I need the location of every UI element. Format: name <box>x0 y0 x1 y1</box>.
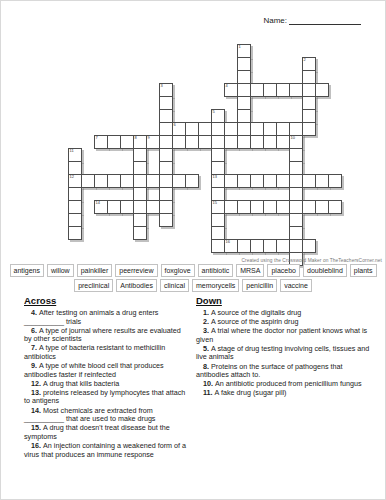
grid-cell[interactable] <box>250 200 264 214</box>
grid-cell[interactable] <box>276 239 290 253</box>
grid-cell[interactable] <box>185 174 199 188</box>
grid-cell[interactable] <box>289 226 303 240</box>
grid-cell[interactable] <box>250 83 264 97</box>
grid-cell[interactable] <box>185 135 199 149</box>
grid-cell[interactable] <box>237 70 251 84</box>
down-clue-list: 1. A source of the digitalis drug2. A so… <box>196 309 376 398</box>
grid-cell[interactable] <box>211 109 225 123</box>
grid-cell[interactable] <box>68 174 82 188</box>
grid-cell[interactable] <box>289 213 303 227</box>
down-clue-5: 5. A stage of drug testing involving cel… <box>196 345 376 362</box>
across-clue-9: 9. A type of white blood cell that produ… <box>24 362 187 379</box>
grid-cell[interactable] <box>237 174 251 188</box>
grid-cell[interactable] <box>94 135 108 149</box>
grid-cell[interactable] <box>224 83 238 97</box>
grid-cell[interactable] <box>263 83 277 97</box>
grid-cell[interactable] <box>237 44 251 58</box>
word-bank-item: MRSA <box>236 264 264 277</box>
grid-cell[interactable] <box>237 96 251 110</box>
grid-cell[interactable] <box>120 174 134 188</box>
name-blank-line <box>289 16 361 25</box>
grid-cell[interactable] <box>289 83 303 97</box>
word-bank-item: foxglove <box>161 264 195 277</box>
grid-cell[interactable] <box>211 187 225 201</box>
crossword-grid: 12345678910111213141516 <box>68 44 358 274</box>
grid-cell[interactable] <box>237 83 251 97</box>
grid-cell[interactable] <box>68 226 82 240</box>
across-clue-13: 13. proteins released by lymphocytes tha… <box>24 389 187 406</box>
grid-cell[interactable] <box>211 148 225 162</box>
grid-cell[interactable] <box>302 70 316 84</box>
grid-cell[interactable] <box>133 226 147 240</box>
grid-cell[interactable] <box>159 96 173 110</box>
grid-cell[interactable] <box>211 161 225 175</box>
grid-cell[interactable] <box>120 200 134 214</box>
grid-cell[interactable] <box>133 187 147 201</box>
grid-cell[interactable] <box>133 200 147 214</box>
grid-cell[interactable] <box>263 174 277 188</box>
across-clue-16: 16. An injection containing a weakened f… <box>24 442 187 459</box>
grid-cell[interactable] <box>276 135 290 149</box>
grid-cell[interactable] <box>289 174 303 188</box>
grid-cell[interactable] <box>315 83 329 97</box>
grid-cell[interactable] <box>211 200 225 214</box>
grid-cell[interactable] <box>237 109 251 123</box>
grid-cell[interactable] <box>68 213 82 227</box>
grid-cell[interactable] <box>211 135 225 149</box>
grid-cell[interactable] <box>263 135 277 149</box>
grid-cell[interactable] <box>289 161 303 175</box>
grid-cell[interactable] <box>224 200 238 214</box>
grid-cell[interactable] <box>211 174 225 188</box>
word-bank-item: doubleblind <box>303 264 347 277</box>
grid-cell[interactable] <box>302 57 316 71</box>
grid-cell[interactable] <box>94 174 108 188</box>
grid-cell[interactable] <box>133 174 147 188</box>
word-bank-item: plants <box>350 264 377 277</box>
grid-cell[interactable] <box>237 239 251 253</box>
grid-cell[interactable] <box>237 57 251 71</box>
across-clue-list: 4. After testing on animals a drug enter… <box>24 309 187 459</box>
grid-cell[interactable] <box>315 174 329 188</box>
grid-cell[interactable] <box>237 122 251 136</box>
down-clue-8: 8. Proteins on the surface of pathogens … <box>196 363 376 380</box>
grid-cell[interactable] <box>302 239 316 253</box>
down-clue-11: 11. A fake drug (sugar pill) <box>196 389 376 398</box>
grid-cell[interactable] <box>276 174 290 188</box>
worksheet-page: Name: 12345678910111213141516 Created us… <box>0 0 386 500</box>
across-clue-6: 6. A type of journal where results are e… <box>24 327 187 344</box>
grid-cell[interactable] <box>159 187 173 201</box>
grid-cell[interactable] <box>133 148 147 162</box>
grid-cell[interactable] <box>289 148 303 162</box>
across-title: Across <box>24 295 187 306</box>
name-label: Name: <box>263 16 287 25</box>
grid-cell[interactable] <box>315 200 329 214</box>
across-clues: Across 4. After testing on animals a dru… <box>24 295 187 460</box>
grid-cell[interactable] <box>159 135 173 149</box>
grid-cell[interactable] <box>146 200 160 214</box>
grid-cell[interactable] <box>250 239 264 253</box>
grid-cell[interactable] <box>211 213 225 227</box>
grid-cell[interactable] <box>68 161 82 175</box>
grid-cell[interactable] <box>289 122 303 136</box>
grid-cell[interactable] <box>211 226 225 240</box>
grid-cell[interactable] <box>237 135 251 149</box>
across-clue-7: 7. A type of bacteria resistant to methi… <box>24 344 187 361</box>
grid-cell[interactable] <box>302 122 316 136</box>
grid-cell[interactable] <box>172 122 186 136</box>
name-line: Name: <box>263 16 361 25</box>
grid-cell[interactable] <box>289 200 303 214</box>
grid-cell[interactable] <box>263 200 277 214</box>
grid-cell[interactable] <box>133 135 147 149</box>
word-bank-item: vaccine <box>280 279 312 292</box>
grid-cell[interactable] <box>250 174 264 188</box>
down-clue-3: 3. A trial where the doctor nor patient … <box>196 327 376 344</box>
attribution-text: Created using the Crossword Maker on The… <box>241 258 382 263</box>
grid-cell[interactable] <box>276 200 290 214</box>
grid-cell[interactable] <box>224 122 238 136</box>
grid-cell[interactable] <box>159 83 173 97</box>
word-bank-item: preclinical <box>74 279 113 292</box>
grid-cell[interactable] <box>159 109 173 123</box>
grid-cell[interactable] <box>263 122 277 136</box>
grid-cell[interactable] <box>133 213 147 227</box>
grid-cell[interactable] <box>302 200 316 214</box>
grid-cell[interactable] <box>159 122 173 136</box>
grid-cell[interactable] <box>250 135 264 149</box>
grid-cell[interactable] <box>68 148 82 162</box>
word-bank-item: antigens <box>10 264 44 277</box>
grid-cell[interactable] <box>159 148 173 162</box>
grid-cell[interactable] <box>120 135 134 149</box>
word-bank-item: penicillin <box>242 279 277 292</box>
grid-cell[interactable] <box>302 174 316 188</box>
grid-cell[interactable] <box>289 187 303 201</box>
grid-cell[interactable] <box>302 83 316 97</box>
grid-cell[interactable] <box>211 122 225 136</box>
word-bank-row-1: antigenswillowpainkillerpeerreviewfoxglo… <box>0 264 386 277</box>
word-bank-row-2: preclinicalAntibodiesclinicalmemorycells… <box>0 279 386 292</box>
grid-cell[interactable] <box>107 174 121 188</box>
word-bank-item: placebo <box>267 264 300 277</box>
grid-cell[interactable] <box>133 161 147 175</box>
word-bank-item: painkiller <box>77 264 113 277</box>
grid-cell[interactable] <box>159 200 173 214</box>
grid-cell[interactable] <box>159 161 173 175</box>
word-bank-item: memorycells <box>192 279 239 292</box>
grid-cell[interactable] <box>328 174 342 188</box>
grid-cell[interactable] <box>68 187 82 201</box>
grid-cell[interactable] <box>159 174 173 188</box>
word-bank-item: willow <box>47 264 74 277</box>
word-bank-item: Antibodies <box>116 279 157 292</box>
grid-cell[interactable] <box>107 200 121 214</box>
down-clues: Down 1. A source of the digitalis drug2.… <box>196 295 376 398</box>
grid-cell[interactable] <box>250 122 264 136</box>
across-clue-14: 14. Most chemicals are extracted from __… <box>24 407 187 424</box>
across-clue-4: 4. After testing on animals a drug enter… <box>24 309 187 326</box>
grid-cell[interactable] <box>211 239 225 253</box>
across-clue-15: 15. A drug that doesn't treat disease bu… <box>24 424 187 441</box>
grid-cell[interactable] <box>107 135 121 149</box>
grid-cell[interactable] <box>302 109 316 123</box>
grid-cell[interactable] <box>289 239 303 253</box>
grid-cell[interactable] <box>146 174 160 188</box>
word-bank-item: peerreview <box>115 264 157 277</box>
grid-cell[interactable] <box>172 174 186 188</box>
grid-cell[interactable] <box>146 135 160 149</box>
grid-cell[interactable] <box>328 200 342 214</box>
grid-cell[interactable] <box>68 200 82 214</box>
grid-cell[interactable] <box>94 200 108 214</box>
grid-cell[interactable] <box>237 200 251 214</box>
grid-cell[interactable] <box>81 174 95 188</box>
grid-cell[interactable] <box>159 213 173 227</box>
word-bank-item: antibiotic <box>198 264 234 277</box>
grid-cell[interactable] <box>276 83 290 97</box>
grid-cell[interactable] <box>302 96 316 110</box>
grid-cell[interactable] <box>224 135 238 149</box>
word-bank-item: clinical <box>160 279 189 292</box>
grid-cell[interactable] <box>224 239 238 253</box>
grid-cell[interactable] <box>224 174 238 188</box>
down-title: Down <box>196 295 376 306</box>
grid-cell[interactable] <box>198 122 212 136</box>
grid-cell[interactable] <box>289 135 303 149</box>
grid-cell[interactable] <box>263 239 277 253</box>
grid-cell[interactable] <box>172 135 186 149</box>
grid-cell[interactable] <box>185 122 199 136</box>
grid-cell[interactable] <box>198 135 212 149</box>
grid-cell[interactable] <box>276 122 290 136</box>
